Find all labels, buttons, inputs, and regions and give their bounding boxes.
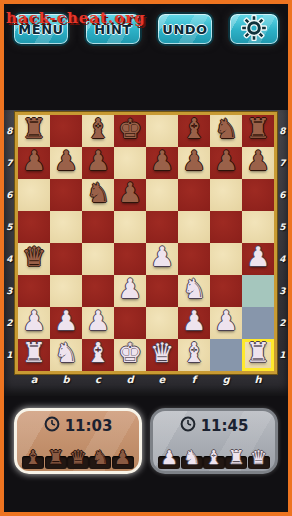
square-h3[interactable] [242, 275, 274, 307]
square-c6[interactable]: ♞ [82, 179, 114, 211]
piece-wP: ♟ [114, 271, 146, 307]
player-panel-black: 11:03 ♝♜♛♞♟ [14, 408, 142, 474]
square-a7[interactable]: ♟ [18, 147, 50, 179]
captured-rook-icon: ♜ [226, 441, 246, 471]
gear-icon [241, 15, 267, 44]
piece-bP: ♟ [114, 175, 146, 211]
rank-label-5: 5 [277, 211, 288, 243]
piece-wN: ♞ [50, 335, 82, 371]
clock-icon [180, 416, 196, 436]
square-h5[interactable] [242, 211, 274, 243]
piece-bP: ♟ [18, 143, 50, 179]
square-d7[interactable] [114, 147, 146, 179]
undo-button[interactable]: UNDO [156, 12, 214, 46]
square-d4[interactable] [114, 243, 146, 275]
file-label-g: g [210, 374, 242, 385]
square-a8[interactable]: ♜ [18, 115, 50, 147]
square-h1[interactable]: ♜ [242, 339, 274, 371]
square-a6[interactable] [18, 179, 50, 211]
file-label-d: d [114, 374, 146, 385]
app-screen: hack-cheat.org MENU HINT UNDO [0, 0, 292, 516]
square-b5[interactable] [50, 211, 82, 243]
square-f7[interactable]: ♟ [178, 147, 210, 179]
file-label-h: h [242, 374, 274, 385]
square-c1[interactable]: ♝ [82, 339, 114, 371]
rank-label-3: 3 [4, 275, 15, 307]
square-e6[interactable] [146, 179, 178, 211]
watermark-text: hack-cheat.org [6, 9, 146, 27]
piece-bR: ♜ [18, 111, 50, 147]
rank-label-7: 7 [277, 147, 288, 179]
piece-wR: ♜ [18, 335, 50, 371]
piece-wB: ♝ [178, 335, 210, 371]
rank-label-8: 8 [4, 115, 15, 147]
square-g1[interactable] [210, 339, 242, 371]
rank-label-2: 2 [277, 307, 288, 339]
rank-label-4: 4 [277, 243, 288, 275]
square-g6[interactable] [210, 179, 242, 211]
piece-bN: ♞ [210, 111, 242, 147]
captured-rook-icon: ♜ [46, 441, 66, 471]
square-b2[interactable]: ♟ [50, 307, 82, 339]
clock-icon [44, 416, 60, 436]
piece-bP: ♟ [210, 143, 242, 179]
square-b8[interactable] [50, 115, 82, 147]
square-g7[interactable]: ♟ [210, 147, 242, 179]
piece-wQ: ♛ [146, 335, 178, 371]
piece-bP: ♟ [50, 143, 82, 179]
piece-wP: ♟ [178, 303, 210, 339]
piece-bQ: ♛ [18, 239, 50, 275]
square-a4[interactable]: ♛ [18, 243, 50, 275]
square-a5[interactable] [18, 211, 50, 243]
piece-bP: ♟ [178, 143, 210, 179]
square-e2[interactable] [146, 307, 178, 339]
captured-tray-white: ♟♞♝♜♛ [153, 439, 275, 471]
square-e5[interactable] [146, 211, 178, 243]
player-panel-white: 11:45 ♟♞♝♜♛ [150, 408, 278, 474]
square-g8[interactable]: ♞ [210, 115, 242, 147]
square-c5[interactable] [82, 211, 114, 243]
piece-wN: ♞ [178, 271, 210, 307]
square-f3[interactable]: ♞ [178, 275, 210, 307]
square-f8[interactable]: ♝ [178, 115, 210, 147]
rank-label-3: 3 [277, 275, 288, 307]
square-b1[interactable]: ♞ [50, 339, 82, 371]
captured-pawn-icon: ♟ [113, 441, 133, 471]
captured-tray-black: ♝♜♛♞♟ [17, 439, 139, 471]
square-g2[interactable]: ♟ [210, 307, 242, 339]
rank-label-1: 1 [277, 339, 288, 371]
square-a2[interactable]: ♟ [18, 307, 50, 339]
square-h4[interactable]: ♟ [242, 243, 274, 275]
file-label-b: b [50, 374, 82, 385]
square-e1[interactable]: ♛ [146, 339, 178, 371]
square-c2[interactable]: ♟ [82, 307, 114, 339]
captured-bishop-icon: ♝ [23, 441, 43, 471]
square-f5[interactable] [178, 211, 210, 243]
square-b3[interactable] [50, 275, 82, 307]
settings-button[interactable] [228, 12, 280, 46]
piece-wP: ♟ [242, 239, 274, 275]
square-f2[interactable]: ♟ [178, 307, 210, 339]
rank-label-2: 2 [4, 307, 15, 339]
rank-label-4: 4 [4, 243, 15, 275]
piece-wK: ♚ [114, 335, 146, 371]
square-b7[interactable]: ♟ [50, 147, 82, 179]
square-f1[interactable]: ♝ [178, 339, 210, 371]
file-label-a: a [18, 374, 50, 385]
square-h6[interactable] [242, 179, 274, 211]
rank-label-5: 5 [4, 211, 15, 243]
piece-wP: ♟ [82, 303, 114, 339]
file-label-c: c [82, 374, 114, 385]
square-e7[interactable]: ♟ [146, 147, 178, 179]
square-e8[interactable] [146, 115, 178, 147]
square-d6[interactable]: ♟ [114, 179, 146, 211]
piece-bN: ♞ [82, 175, 114, 211]
square-h2[interactable] [242, 307, 274, 339]
piece-bP: ♟ [242, 143, 274, 179]
file-label-e: e [146, 374, 178, 385]
chess-board: ♜♝♚♝♞♜♟♟♟♟♟♟♟♞♟♛♟♟♟♞♟♟♟♟♟♜♞♝♚♛♝♜ [15, 112, 277, 374]
piece-bB: ♝ [82, 111, 114, 147]
piece-bR: ♜ [242, 111, 274, 147]
square-g3[interactable] [210, 275, 242, 307]
square-f4[interactable] [178, 243, 210, 275]
piece-wP: ♟ [50, 303, 82, 339]
clock-panels: 11:03 ♝♜♛♞♟ 11:45 ♟♞♝♜♛ [4, 408, 288, 474]
black-clock-time: 11:03 [65, 417, 113, 435]
square-d8[interactable]: ♚ [114, 115, 146, 147]
captured-pawn-icon: ♟ [159, 441, 179, 471]
captured-queen-icon: ♛ [249, 441, 269, 471]
undo-button-label: UNDO [162, 22, 207, 37]
square-b6[interactable] [50, 179, 82, 211]
square-d3[interactable]: ♟ [114, 275, 146, 307]
piece-wR: ♜ [242, 335, 274, 371]
file-label-f: f [178, 374, 210, 385]
rank-label-7: 7 [4, 147, 15, 179]
square-c3[interactable] [82, 275, 114, 307]
piece-bP: ♟ [146, 143, 178, 179]
piece-bK: ♚ [114, 111, 146, 147]
rank-labels-right: 87654321 [277, 115, 288, 371]
square-c8[interactable]: ♝ [82, 115, 114, 147]
square-f6[interactable] [178, 179, 210, 211]
rank-label-6: 6 [277, 179, 288, 211]
file-labels: abcdefgh [18, 374, 274, 385]
rank-labels-left: 87654321 [4, 115, 15, 371]
square-g4[interactable] [210, 243, 242, 275]
square-b4[interactable] [50, 243, 82, 275]
square-a3[interactable] [18, 275, 50, 307]
square-d5[interactable] [114, 211, 146, 243]
square-e4[interactable]: ♟ [146, 243, 178, 275]
square-c7[interactable]: ♟ [82, 147, 114, 179]
captured-bishop-icon: ♝ [204, 441, 224, 471]
square-e3[interactable] [146, 275, 178, 307]
rank-label-6: 6 [4, 179, 15, 211]
piece-wB: ♝ [82, 335, 114, 371]
square-g5[interactable] [210, 211, 242, 243]
square-h7[interactable]: ♟ [242, 147, 274, 179]
piece-bB: ♝ [178, 111, 210, 147]
white-clock-time: 11:45 [201, 417, 249, 435]
captured-queen-icon: ♛ [68, 441, 88, 471]
captured-knight-icon: ♞ [90, 441, 110, 471]
square-d2[interactable] [114, 307, 146, 339]
piece-bP: ♟ [82, 143, 114, 179]
chess-board-frame: 87654321 87654321 ♜♝♚♝♞♜♟♟♟♟♟♟♟♞♟♛♟♟♟♞♟♟… [4, 110, 288, 396]
captured-knight-icon: ♞ [182, 441, 202, 471]
square-d1[interactable]: ♚ [114, 339, 146, 371]
square-c4[interactable] [82, 243, 114, 275]
piece-wP: ♟ [18, 303, 50, 339]
square-h8[interactable]: ♜ [242, 115, 274, 147]
piece-wP: ♟ [146, 239, 178, 275]
piece-wP: ♟ [210, 303, 242, 339]
square-a1[interactable]: ♜ [18, 339, 50, 371]
rank-label-1: 1 [4, 339, 15, 371]
rank-label-8: 8 [277, 115, 288, 147]
